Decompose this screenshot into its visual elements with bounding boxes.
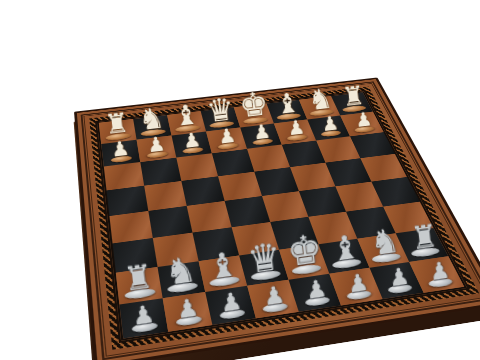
square-b6 bbox=[140, 158, 181, 186]
piece-near-pawn: ♟ bbox=[262, 283, 286, 310]
square-e1: ♟ bbox=[289, 274, 341, 312]
square-g6 bbox=[316, 136, 360, 162]
board-braid-border: ♜♞♝♛♚♝♞♜♟♟♟♟♟♟♟♟♜♞♝♛♚♝♞♜♟♟♟♟♟♟♟♟ bbox=[89, 87, 479, 350]
piece-near-bishop: ♝ bbox=[329, 230, 361, 267]
piece-far-pawn: ♟ bbox=[287, 118, 306, 139]
photo-scene: ♜♞♝♛♚♝♞♜♟♟♟♟♟♟♟♟♜♞♝♛♚♝♞♜♟♟♟♟♟♟♟♟ bbox=[0, 0, 480, 360]
piece-near-rook: ♜ bbox=[409, 220, 439, 255]
piece-far-pawn: ♟ bbox=[182, 130, 202, 152]
square-a2: ♜ bbox=[116, 267, 163, 305]
piece-far-queen: ♛ bbox=[205, 93, 236, 127]
piece-near-pawn: ♟ bbox=[347, 271, 370, 298]
piece-far-pawn: ♟ bbox=[354, 110, 373, 131]
square-b1: ♟ bbox=[163, 292, 213, 332]
piece-near-pawn: ♟ bbox=[388, 264, 411, 290]
square-h1: ♟ bbox=[409, 256, 464, 293]
square-h6 bbox=[350, 132, 395, 158]
piece-far-knight: ♞ bbox=[307, 84, 334, 114]
piece-far-rook: ♜ bbox=[341, 83, 366, 111]
board-wooden-frame: ♜♞♝♛♚♝♞♜♟♟♟♟♟♟♟♟♜♞♝♛♚♝♞♜♟♟♟♟♟♟♟♟ bbox=[74, 77, 480, 360]
piece-far-bishop: ♝ bbox=[274, 89, 301, 118]
square-d5 bbox=[218, 172, 262, 201]
piece-near-bishop: ♝ bbox=[206, 247, 239, 284]
square-e4 bbox=[262, 191, 308, 222]
square-b5 bbox=[144, 181, 187, 211]
piece-far-pawn: ♟ bbox=[321, 114, 340, 135]
square-a1: ♟ bbox=[119, 298, 168, 338]
piece-near-pawn: ♟ bbox=[305, 277, 329, 304]
board-squares-grid: ♜♞♝♛♚♝♞♜♟♟♟♟♟♟♟♟♜♞♝♛♚♝♞♜♟♟♟♟♟♟♟♟ bbox=[99, 92, 464, 338]
piece-near-pawn: ♟ bbox=[428, 259, 451, 285]
piece-near-knight: ♞ bbox=[369, 223, 402, 260]
piece-far-pawn: ♟ bbox=[252, 122, 271, 143]
piece-near-pawn: ♟ bbox=[219, 289, 243, 316]
piece-near-queen: ♛ bbox=[245, 237, 282, 279]
piece-near-pawn: ♟ bbox=[175, 295, 200, 323]
piece-far-pawn: ♟ bbox=[217, 126, 237, 148]
square-f5 bbox=[290, 163, 335, 192]
piece-far-knight: ♞ bbox=[137, 104, 166, 135]
square-c6 bbox=[176, 153, 218, 181]
square-c5 bbox=[181, 176, 224, 206]
piece-far-king: ♚ bbox=[238, 87, 270, 123]
piece-far-pawn: ♟ bbox=[146, 134, 166, 156]
chess-set-product-photo: ♜♞♝♛♚♝♞♜♟♟♟♟♟♟♟♟♜♞♝♛♚♝♞♜♟♟♟♟♟♟♟♟ bbox=[0, 0, 480, 360]
piece-far-rook: ♜ bbox=[103, 109, 130, 138]
piece-near-knight: ♞ bbox=[163, 252, 198, 291]
square-g1: ♟ bbox=[370, 262, 424, 299]
square-e5 bbox=[254, 167, 299, 196]
piece-near-king: ♚ bbox=[285, 229, 324, 273]
piece-far-pawn: ♟ bbox=[110, 139, 130, 161]
square-a5 bbox=[107, 186, 149, 216]
square-h5 bbox=[360, 154, 407, 182]
square-c7: ♟ bbox=[172, 132, 212, 158]
piece-far-bishop: ♝ bbox=[173, 101, 200, 131]
piece-near-rook: ♜ bbox=[122, 260, 155, 297]
square-a7: ♟ bbox=[101, 140, 140, 167]
chess-board: ♜♞♝♛♚♝♞♜♟♟♟♟♟♟♟♟♜♞♝♛♚♝♞♜♟♟♟♟♟♟♟♟ bbox=[74, 77, 480, 360]
piece-near-pawn: ♟ bbox=[131, 302, 156, 330]
